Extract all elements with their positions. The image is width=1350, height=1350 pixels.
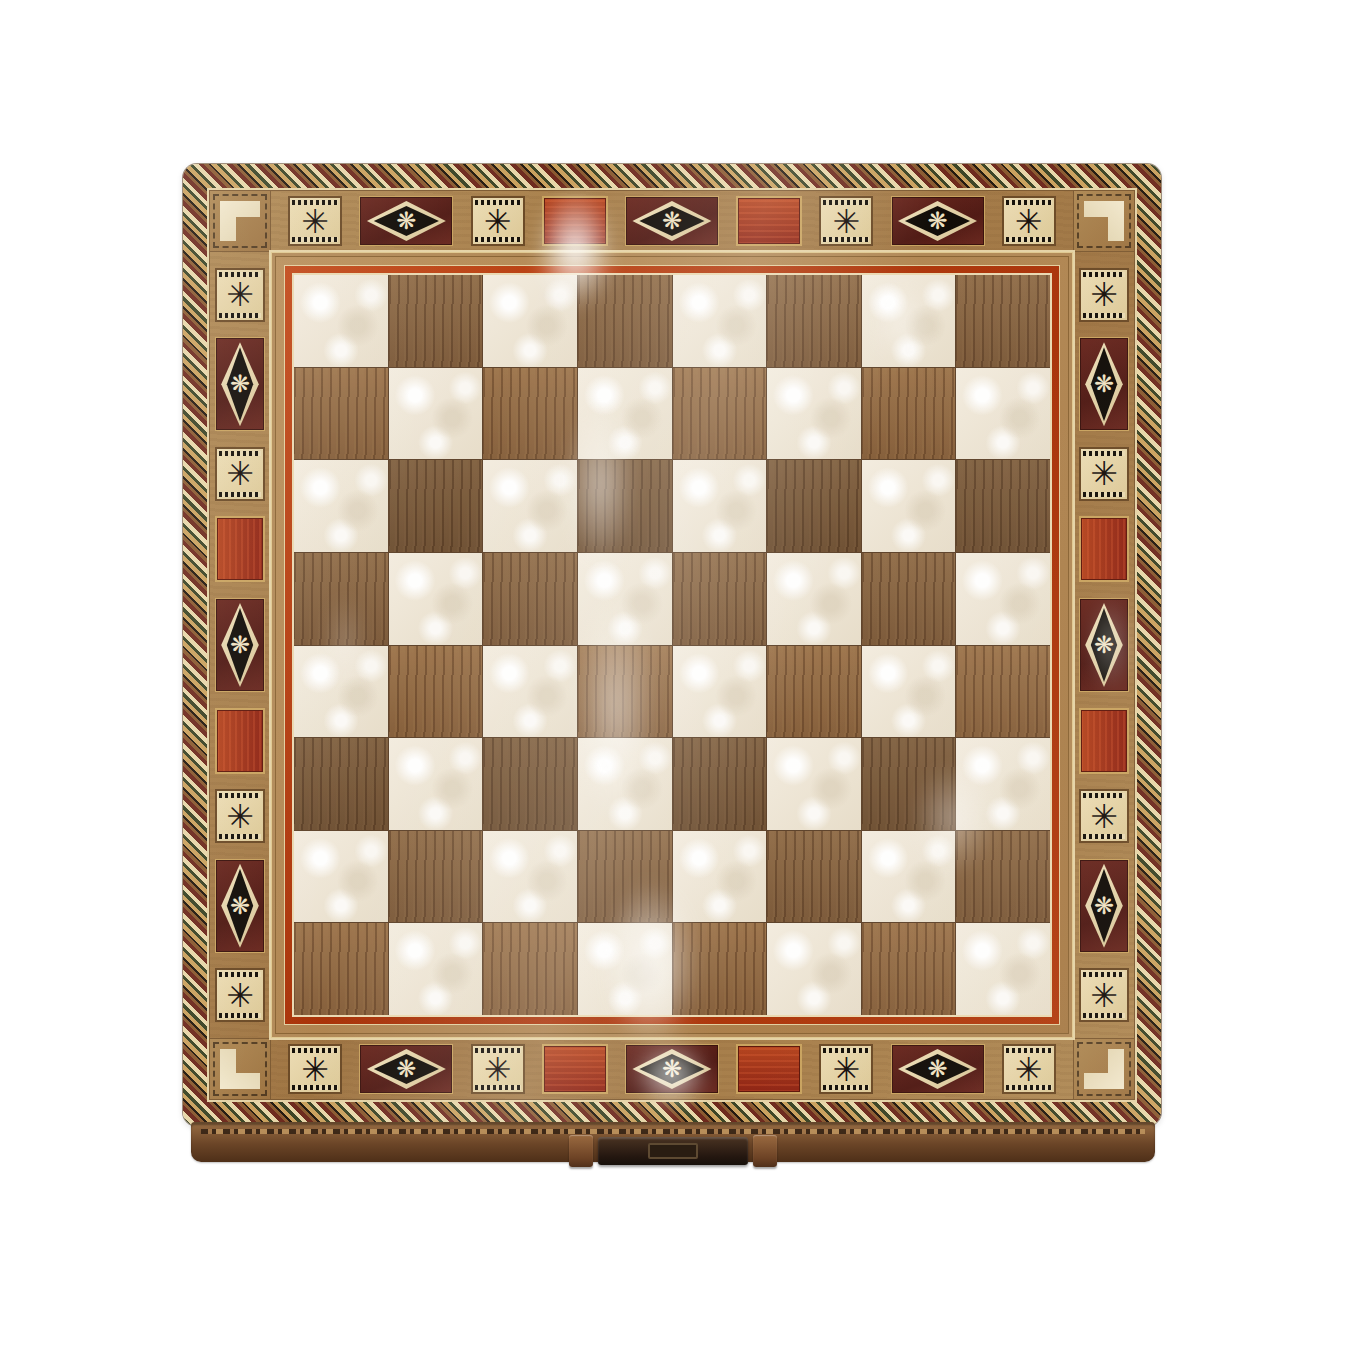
diamond-flower-icon: ❋ — [892, 1045, 984, 1093]
square-a2[interactable] — [294, 831, 388, 923]
rosette-star-icon: ✳ — [226, 979, 254, 1012]
red-tile — [215, 516, 265, 582]
rosette-tile: ✳ — [819, 196, 873, 246]
square-h4[interactable] — [956, 646, 1050, 738]
latch-clasp — [598, 1137, 748, 1165]
square-b4[interactable] — [389, 646, 483, 738]
square-c7[interactable] — [483, 368, 577, 460]
diamond-tile: ❋ — [215, 859, 265, 953]
diamond-flower-icon: ❋ — [1080, 860, 1128, 952]
square-g8[interactable] — [862, 275, 956, 367]
bone-corner-inlay — [1084, 201, 1124, 241]
square-f2[interactable] — [767, 831, 861, 923]
border-strip-bottom: ✳❋✳❋✳❋✳ — [271, 1038, 1073, 1100]
rosette-star-icon: ✳ — [301, 1053, 329, 1086]
diamond-flower-icon: ❋ — [626, 1045, 718, 1093]
square-e5[interactable] — [673, 553, 767, 645]
diamond-tile: ❋ — [359, 1044, 453, 1094]
square-b1[interactable] — [389, 923, 483, 1015]
square-a8[interactable] — [294, 275, 388, 367]
rosette-tile: ✳ — [215, 447, 265, 501]
square-d4[interactable] — [578, 646, 672, 738]
square-d3[interactable] — [578, 738, 672, 830]
red-tile — [736, 196, 802, 246]
diamond-tile: ❋ — [1079, 337, 1129, 431]
square-c2[interactable] — [483, 831, 577, 923]
square-d7[interactable] — [578, 368, 672, 460]
square-e4[interactable] — [673, 646, 767, 738]
diamond-flower-icon: ❋ — [892, 197, 984, 245]
diamond-tile: ❋ — [891, 1044, 985, 1094]
rosette-tile: ✳ — [1002, 1044, 1056, 1094]
square-f8[interactable] — [767, 275, 861, 367]
latch-knob-left — [569, 1135, 593, 1167]
border-strip-left: ✳❋✳❋✳❋✳ — [209, 252, 271, 1038]
square-c3[interactable] — [483, 738, 577, 830]
square-a7[interactable] — [294, 368, 388, 460]
red-tile — [542, 196, 608, 246]
rosette-star-icon: ✳ — [226, 800, 254, 833]
square-d6[interactable] — [578, 460, 672, 552]
square-f7[interactable] — [767, 368, 861, 460]
rosette-tile: ✳ — [1079, 268, 1129, 322]
square-g7[interactable] — [862, 368, 956, 460]
square-f5[interactable] — [767, 553, 861, 645]
rosette-star-icon: ✳ — [484, 205, 512, 238]
square-f4[interactable] — [767, 646, 861, 738]
rosette-tile: ✳ — [215, 789, 265, 843]
square-d1[interactable] — [578, 923, 672, 1015]
square-a5[interactable] — [294, 553, 388, 645]
square-g4[interactable] — [862, 646, 956, 738]
square-f3[interactable] — [767, 738, 861, 830]
square-a6[interactable] — [294, 460, 388, 552]
diamond-flower-icon: ❋ — [216, 860, 264, 952]
rosette-star-icon: ✳ — [1015, 205, 1043, 238]
square-b2[interactable] — [389, 831, 483, 923]
rosette-tile: ✳ — [471, 196, 525, 246]
diamond-tile: ❋ — [1079, 859, 1129, 953]
square-d8[interactable] — [578, 275, 672, 367]
rosette-tile: ✳ — [215, 968, 265, 1022]
rosette-tile: ✳ — [1079, 968, 1129, 1022]
diamond-tile: ❋ — [625, 196, 719, 246]
border-strip-top: ✳❋✳❋✳❋✳ — [271, 190, 1073, 252]
square-e1[interactable] — [673, 923, 767, 1015]
square-h1[interactable] — [956, 923, 1050, 1015]
lip-inlay-line — [201, 1129, 1145, 1134]
chess-board-box: ✳❋✳❋✳❋✳ ✳❋✳❋✳❋✳ ✳❋✳❋✳❋✳ ✳❋✳❋✳❋✳ — [183, 164, 1161, 1126]
diamond-tile: ❋ — [625, 1044, 719, 1094]
diamond-flower-icon: ❋ — [216, 599, 264, 691]
red-tile — [215, 708, 265, 774]
corner-tile-bottom-left — [209, 1038, 271, 1100]
rosette-star-icon: ✳ — [301, 205, 329, 238]
bone-corner-inlay — [220, 201, 260, 241]
square-b3[interactable] — [389, 738, 483, 830]
rosette-star-icon: ✳ — [226, 457, 254, 490]
bone-corner-inlay — [1084, 1049, 1124, 1089]
rosette-tile: ✳ — [288, 1044, 342, 1094]
diamond-flower-icon: ❋ — [360, 197, 452, 245]
square-g6[interactable] — [862, 460, 956, 552]
diamond-tile: ❋ — [215, 337, 265, 431]
red-tile — [542, 1044, 608, 1094]
square-c4[interactable] — [483, 646, 577, 738]
rosette-star-icon: ✳ — [484, 1053, 512, 1086]
diamond-flower-icon: ❋ — [360, 1045, 452, 1093]
square-h7[interactable] — [956, 368, 1050, 460]
box-lip — [191, 1122, 1155, 1162]
rosette-tile: ✳ — [288, 196, 342, 246]
square-d5[interactable] — [578, 553, 672, 645]
square-d2[interactable] — [578, 831, 672, 923]
square-h3[interactable] — [956, 738, 1050, 830]
rosette-star-icon: ✳ — [832, 205, 860, 238]
latch-knob-right — [753, 1135, 777, 1167]
red-accent-band — [284, 265, 1060, 1025]
red-tile — [1079, 708, 1129, 774]
diamond-flower-icon: ❋ — [216, 338, 264, 430]
rosette-star-icon: ✳ — [1090, 278, 1118, 311]
diamond-tile: ❋ — [359, 196, 453, 246]
diamond-flower-icon: ❋ — [626, 197, 718, 245]
diamond-tile: ❋ — [891, 196, 985, 246]
corner-tile-top-left — [209, 190, 271, 252]
board-grid — [292, 273, 1052, 1017]
diamond-flower-icon: ❋ — [1080, 599, 1128, 691]
rosette-star-icon: ✳ — [1090, 800, 1118, 833]
square-a3[interactable] — [294, 738, 388, 830]
square-h5[interactable] — [956, 553, 1050, 645]
square-e3[interactable] — [673, 738, 767, 830]
rosette-tile: ✳ — [1079, 789, 1129, 843]
square-b5[interactable] — [389, 553, 483, 645]
inner-wood-frame — [271, 252, 1073, 1038]
rosette-star-icon: ✳ — [226, 278, 254, 311]
square-a4[interactable] — [294, 646, 388, 738]
square-e7[interactable] — [673, 368, 767, 460]
rosette-tile: ✳ — [819, 1044, 873, 1094]
square-e2[interactable] — [673, 831, 767, 923]
corner-tile-top-right — [1073, 190, 1135, 252]
diamond-flower-icon: ❋ — [1080, 338, 1128, 430]
square-b8[interactable] — [389, 275, 483, 367]
bone-corner-inlay — [220, 1049, 260, 1089]
square-g1[interactable] — [862, 923, 956, 1015]
square-b7[interactable] — [389, 368, 483, 460]
square-h8[interactable] — [956, 275, 1050, 367]
red-tile — [736, 1044, 802, 1094]
square-h2[interactable] — [956, 831, 1050, 923]
diamond-tile: ❋ — [1079, 598, 1129, 692]
square-e8[interactable] — [673, 275, 767, 367]
rosette-star-icon: ✳ — [1090, 457, 1118, 490]
square-g3[interactable] — [862, 738, 956, 830]
square-f6[interactable] — [767, 460, 861, 552]
square-g5[interactable] — [862, 553, 956, 645]
corner-tile-bottom-right — [1073, 1038, 1135, 1100]
rosette-star-icon: ✳ — [832, 1053, 860, 1086]
square-c6[interactable] — [483, 460, 577, 552]
mosaic-border-ring: ✳❋✳❋✳❋✳ ✳❋✳❋✳❋✳ ✳❋✳❋✳❋✳ ✳❋✳❋✳❋✳ — [207, 188, 1137, 1102]
red-tile — [1079, 516, 1129, 582]
rosette-tile: ✳ — [215, 268, 265, 322]
square-g2[interactable] — [862, 831, 956, 923]
diamond-tile: ❋ — [215, 598, 265, 692]
square-e6[interactable] — [673, 460, 767, 552]
square-h6[interactable] — [956, 460, 1050, 552]
square-f1[interactable] — [767, 923, 861, 1015]
border-strip-right: ✳❋✳❋✳❋✳ — [1073, 252, 1135, 1038]
square-a1[interactable] — [294, 923, 388, 1015]
rosette-tile: ✳ — [1079, 447, 1129, 501]
rosette-tile: ✳ — [1002, 196, 1056, 246]
rosette-star-icon: ✳ — [1090, 979, 1118, 1012]
square-b6[interactable] — [389, 460, 483, 552]
rosette-tile: ✳ — [471, 1044, 525, 1094]
square-c1[interactable] — [483, 923, 577, 1015]
square-c8[interactable] — [483, 275, 577, 367]
rosette-star-icon: ✳ — [1015, 1053, 1043, 1086]
square-c5[interactable] — [483, 553, 577, 645]
